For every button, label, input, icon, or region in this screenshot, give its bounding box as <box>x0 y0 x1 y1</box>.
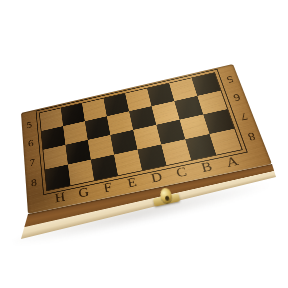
rank-label-right-5: 5 <box>220 71 241 86</box>
rank-label-left-6: 6 <box>23 135 39 151</box>
rank-label-right-6: 6 <box>226 89 247 105</box>
rank-label-left-8: 8 <box>25 174 42 191</box>
rank-label-right-7: 7 <box>233 108 255 125</box>
rank-label-left-5: 5 <box>22 117 38 132</box>
rank-label-right-8: 8 <box>240 128 263 145</box>
rank-label-left-7: 7 <box>24 154 41 170</box>
chess-box-photo: 55667788HGFEDCBA <box>0 0 288 288</box>
